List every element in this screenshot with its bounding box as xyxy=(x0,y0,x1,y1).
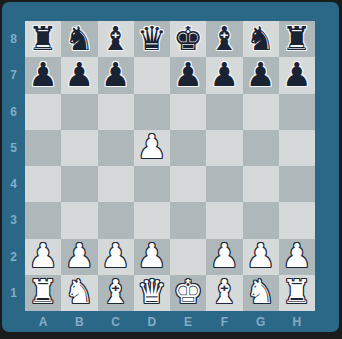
square-a3[interactable] xyxy=(25,202,61,238)
square-h3[interactable] xyxy=(279,202,315,238)
piece-white-pawn[interactable]: ♟ xyxy=(210,239,240,272)
square-b1[interactable]: ♞ xyxy=(61,275,97,311)
file-label-e: E xyxy=(170,311,206,332)
piece-white-pawn[interactable]: ♟ xyxy=(101,239,131,272)
piece-white-rook[interactable]: ♜ xyxy=(282,275,312,308)
square-e6[interactable] xyxy=(170,94,206,130)
piece-black-rook[interactable]: ♜ xyxy=(28,22,58,55)
file-label-h: H xyxy=(279,311,315,332)
square-f7[interactable]: ♟ xyxy=(206,57,242,93)
rank-label-4: 4 xyxy=(2,166,25,202)
square-e7[interactable]: ♟ xyxy=(170,57,206,93)
square-h1[interactable]: ♜ xyxy=(279,275,315,311)
square-a7[interactable]: ♟ xyxy=(25,57,61,93)
piece-black-pawn[interactable]: ♟ xyxy=(28,58,58,91)
square-d2[interactable]: ♟ xyxy=(134,239,170,275)
piece-white-pawn[interactable]: ♟ xyxy=(137,130,167,163)
square-f1[interactable]: ♝ xyxy=(206,275,242,311)
square-c8[interactable]: ♝ xyxy=(98,21,134,57)
piece-black-pawn[interactable]: ♟ xyxy=(173,58,203,91)
file-label-b: B xyxy=(61,311,97,332)
board-widget: 87654321 ABCDEFGH ♜♞♝♛♚♝♞♜♟♟♟♟♟♟♟♟♟♟♟♟♟♟… xyxy=(0,0,342,339)
square-g3[interactable] xyxy=(243,202,279,238)
piece-white-pawn[interactable]: ♟ xyxy=(65,239,95,272)
piece-white-knight[interactable]: ♞ xyxy=(65,275,95,308)
square-d4[interactable] xyxy=(134,166,170,202)
square-b6[interactable] xyxy=(61,94,97,130)
square-d5[interactable]: ♟ xyxy=(134,130,170,166)
rank-label-7: 7 xyxy=(2,57,25,93)
square-e4[interactable] xyxy=(170,166,206,202)
piece-black-bishop[interactable]: ♝ xyxy=(101,22,131,55)
file-label-f: F xyxy=(206,311,242,332)
chess-board[interactable]: ♜♞♝♛♚♝♞♜♟♟♟♟♟♟♟♟♟♟♟♟♟♟♟♜♞♝♛♚♝♞♜ xyxy=(25,21,315,311)
square-e2[interactable] xyxy=(170,239,206,275)
square-c2[interactable]: ♟ xyxy=(98,239,134,275)
square-h2[interactable]: ♟ xyxy=(279,239,315,275)
square-b5[interactable] xyxy=(61,130,97,166)
square-g4[interactable] xyxy=(243,166,279,202)
piece-white-pawn[interactable]: ♟ xyxy=(282,239,312,272)
square-a6[interactable] xyxy=(25,94,61,130)
piece-white-rook[interactable]: ♜ xyxy=(28,275,58,308)
square-h4[interactable] xyxy=(279,166,315,202)
piece-black-knight[interactable]: ♞ xyxy=(65,22,95,55)
piece-white-pawn[interactable]: ♟ xyxy=(246,239,276,272)
square-e1[interactable]: ♚ xyxy=(170,275,206,311)
piece-black-king[interactable]: ♚ xyxy=(173,22,203,55)
square-e3[interactable] xyxy=(170,202,206,238)
file-label-d: D xyxy=(134,311,170,332)
square-a2[interactable]: ♟ xyxy=(25,239,61,275)
piece-white-pawn[interactable]: ♟ xyxy=(137,239,167,272)
rank-label-8: 8 xyxy=(2,21,25,57)
square-c6[interactable] xyxy=(98,94,134,130)
piece-black-knight[interactable]: ♞ xyxy=(246,22,276,55)
square-c5[interactable] xyxy=(98,130,134,166)
square-b8[interactable]: ♞ xyxy=(61,21,97,57)
piece-black-pawn[interactable]: ♟ xyxy=(282,58,312,91)
square-g5[interactable] xyxy=(243,130,279,166)
square-h8[interactable]: ♜ xyxy=(279,21,315,57)
square-f2[interactable]: ♟ xyxy=(206,239,242,275)
square-b7[interactable]: ♟ xyxy=(61,57,97,93)
square-f5[interactable] xyxy=(206,130,242,166)
piece-black-pawn[interactable]: ♟ xyxy=(246,58,276,91)
rank-label-1: 1 xyxy=(2,275,25,311)
piece-black-pawn[interactable]: ♟ xyxy=(65,58,95,91)
rank-label-3: 3 xyxy=(2,202,25,238)
square-g8[interactable]: ♞ xyxy=(243,21,279,57)
square-g6[interactable] xyxy=(243,94,279,130)
square-d6[interactable] xyxy=(134,94,170,130)
file-labels: ABCDEFGH xyxy=(25,311,315,332)
square-d7[interactable] xyxy=(134,57,170,93)
piece-white-knight[interactable]: ♞ xyxy=(246,275,276,308)
square-f4[interactable] xyxy=(206,166,242,202)
piece-black-queen[interactable]: ♛ xyxy=(137,22,167,55)
square-b3[interactable] xyxy=(61,202,97,238)
square-h7[interactable]: ♟ xyxy=(279,57,315,93)
square-g1[interactable]: ♞ xyxy=(243,275,279,311)
rank-labels: 87654321 xyxy=(2,21,25,311)
file-label-g: G xyxy=(243,311,279,332)
square-e8[interactable]: ♚ xyxy=(170,21,206,57)
rank-label-2: 2 xyxy=(2,239,25,275)
square-d1[interactable]: ♛ xyxy=(134,275,170,311)
piece-black-pawn[interactable]: ♟ xyxy=(210,58,240,91)
piece-black-rook[interactable]: ♜ xyxy=(282,22,312,55)
piece-white-bishop[interactable]: ♝ xyxy=(101,275,131,308)
square-a4[interactable] xyxy=(25,166,61,202)
piece-black-pawn[interactable]: ♟ xyxy=(101,58,131,91)
square-a5[interactable] xyxy=(25,130,61,166)
square-b4[interactable] xyxy=(61,166,97,202)
square-h6[interactable] xyxy=(279,94,315,130)
square-g7[interactable]: ♟ xyxy=(243,57,279,93)
square-c1[interactable]: ♝ xyxy=(98,275,134,311)
square-f3[interactable] xyxy=(206,202,242,238)
square-a8[interactable]: ♜ xyxy=(25,21,61,57)
square-d8[interactable]: ♛ xyxy=(134,21,170,57)
square-c7[interactable]: ♟ xyxy=(98,57,134,93)
piece-white-pawn[interactable]: ♟ xyxy=(28,239,58,272)
square-b2[interactable]: ♟ xyxy=(61,239,97,275)
square-f6[interactable] xyxy=(206,94,242,130)
file-label-a: A xyxy=(25,311,61,332)
rank-label-5: 5 xyxy=(2,130,25,166)
square-d3[interactable] xyxy=(134,202,170,238)
square-h5[interactable] xyxy=(279,130,315,166)
square-a1[interactable]: ♜ xyxy=(25,275,61,311)
piece-white-queen[interactable]: ♛ xyxy=(137,275,167,308)
piece-black-bishop[interactable]: ♝ xyxy=(210,22,240,55)
square-g2[interactable]: ♟ xyxy=(243,239,279,275)
piece-white-bishop[interactable]: ♝ xyxy=(210,275,240,308)
square-f8[interactable]: ♝ xyxy=(206,21,242,57)
file-label-c: C xyxy=(98,311,134,332)
rank-label-6: 6 xyxy=(2,94,25,130)
piece-white-king[interactable]: ♚ xyxy=(173,275,203,308)
square-c3[interactable] xyxy=(98,202,134,238)
board-frame: 87654321 ABCDEFGH ♜♞♝♛♚♝♞♜♟♟♟♟♟♟♟♟♟♟♟♟♟♟… xyxy=(2,2,339,332)
square-e5[interactable] xyxy=(170,130,206,166)
square-c4[interactable] xyxy=(98,166,134,202)
